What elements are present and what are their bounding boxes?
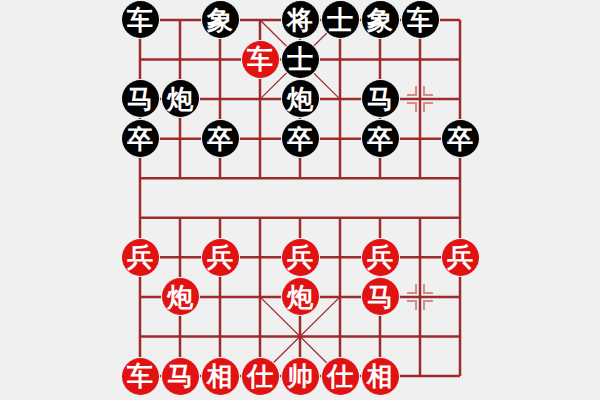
black-cannon[interactable]: 炮 bbox=[282, 80, 319, 117]
black-horse[interactable]: 马 bbox=[362, 80, 399, 117]
black-elephant[interactable]: 象 bbox=[202, 1, 239, 38]
red-horse[interactable]: 马 bbox=[362, 278, 399, 315]
red-soldier[interactable]: 兵 bbox=[282, 239, 319, 276]
black-soldier[interactable]: 卒 bbox=[442, 120, 479, 157]
red-horse[interactable]: 马 bbox=[162, 358, 199, 395]
black-advisor[interactable]: 士 bbox=[322, 1, 359, 38]
red-advisor[interactable]: 仕 bbox=[322, 358, 359, 395]
red-general[interactable]: 帅 bbox=[282, 358, 319, 395]
red-cannon[interactable]: 炮 bbox=[162, 278, 199, 315]
red-cannon[interactable]: 炮 bbox=[282, 278, 319, 315]
xiangqi-app: 车象将士象车车士马炮炮马卒卒卒卒卒兵兵兵兵兵炮炮马车马相仕帅仕相 bbox=[0, 0, 600, 400]
black-elephant[interactable]: 象 bbox=[362, 1, 399, 38]
xiangqi-board[interactable]: 车象将士象车车士马炮炮马卒卒卒卒卒兵兵兵兵兵炮炮马车马相仕帅仕相 bbox=[120, 0, 480, 396]
black-rook[interactable]: 车 bbox=[122, 1, 159, 38]
black-soldier[interactable]: 卒 bbox=[202, 120, 239, 157]
red-soldier[interactable]: 兵 bbox=[122, 239, 159, 276]
black-cannon[interactable]: 炮 bbox=[162, 80, 199, 117]
black-advisor[interactable]: 士 bbox=[282, 41, 319, 78]
red-elephant[interactable]: 相 bbox=[202, 358, 239, 395]
red-rook[interactable]: 车 bbox=[242, 41, 279, 78]
black-soldier[interactable]: 卒 bbox=[122, 120, 159, 157]
red-soldier[interactable]: 兵 bbox=[442, 239, 479, 276]
red-advisor[interactable]: 仕 bbox=[242, 358, 279, 395]
red-soldier[interactable]: 兵 bbox=[202, 239, 239, 276]
black-rook[interactable]: 车 bbox=[402, 1, 439, 38]
black-soldier[interactable]: 卒 bbox=[362, 120, 399, 157]
red-elephant[interactable]: 相 bbox=[362, 358, 399, 395]
black-soldier[interactable]: 卒 bbox=[282, 120, 319, 157]
black-horse[interactable]: 马 bbox=[122, 80, 159, 117]
red-soldier[interactable]: 兵 bbox=[362, 239, 399, 276]
red-rook[interactable]: 车 bbox=[122, 358, 159, 395]
black-general[interactable]: 将 bbox=[282, 1, 319, 38]
